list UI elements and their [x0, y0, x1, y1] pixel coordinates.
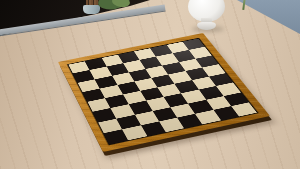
- plant-pot: [83, 5, 100, 14]
- photo: [0, 0, 300, 169]
